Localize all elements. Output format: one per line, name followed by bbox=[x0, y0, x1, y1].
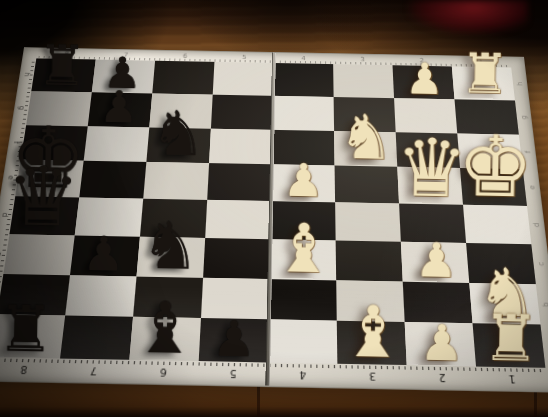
piece-black-queen-d8[interactable]: ♛ bbox=[0, 157, 96, 237]
square-e6[interactable] bbox=[143, 162, 209, 200]
coordinate-label-7: 7 bbox=[58, 364, 129, 377]
piece-white-pawn-e4[interactable]: ♟ bbox=[252, 159, 356, 204]
piece-white-bishop-c4[interactable]: ♝ bbox=[249, 215, 357, 281]
piece-black-knight-f6[interactable]: ♞ bbox=[127, 104, 229, 164]
coordinate-label-4: 4 bbox=[274, 55, 333, 63]
square-a2[interactable]: ♟ bbox=[405, 322, 476, 366]
board-border-frame: ♜♟♟♜♟♞♞♚♟♛♚♛♟♞♝♟♞♜♝♟♝♟♜ 87654321 8765432… bbox=[0, 47, 548, 393]
square-e4[interactable]: ♟ bbox=[271, 165, 335, 203]
coordinate-label-3: 3 bbox=[337, 370, 407, 383]
square-f6[interactable]: ♞ bbox=[146, 127, 211, 163]
coordinate-label-5: 5 bbox=[198, 367, 268, 380]
red-background-object bbox=[408, 0, 528, 34]
square-e2[interactable]: ♛ bbox=[397, 167, 463, 205]
piece-white-queen-e2[interactable]: ♛ bbox=[379, 128, 483, 206]
chess-photo-scene: ♜♟♟♜♟♞♞♚♟♛♚♛♟♞♝♟♞♜♝♟♝♟♜ 87654321 8765432… bbox=[0, 0, 548, 417]
square-d8[interactable]: ♛ bbox=[10, 196, 80, 235]
coordinate-label-6: 6 bbox=[128, 366, 199, 379]
square-a8[interactable]: ♜ bbox=[0, 314, 65, 358]
piece-black-pawn-a5[interactable]: ♟ bbox=[178, 315, 290, 364]
coordinate-label-c: c bbox=[0, 246, 21, 260]
piece-white-pawn-h2[interactable]: ♟ bbox=[376, 58, 474, 101]
square-h4[interactable] bbox=[273, 63, 333, 97]
square-c4[interactable]: ♝ bbox=[270, 239, 337, 280]
piece-black-pawn-c7[interactable]: ♟ bbox=[50, 230, 158, 277]
square-a5[interactable]: ♟ bbox=[199, 318, 269, 362]
square-h2[interactable]: ♟ bbox=[392, 65, 454, 99]
piece-black-rook-a8[interactable]: ♜ bbox=[0, 298, 82, 360]
coordinate-label-8: 8 bbox=[0, 363, 59, 376]
square-c7[interactable]: ♟ bbox=[70, 235, 140, 276]
chess-board: ♜♟♟♜♟♞♞♚♟♛♚♛♟♞♝♟♞♜♝♟♝♟♜ 87654321 8765432… bbox=[0, 47, 548, 393]
coordinate-label-2: 2 bbox=[407, 371, 477, 384]
coordinate-label-4: 4 bbox=[268, 368, 338, 381]
coordinate-label-5: 5 bbox=[215, 53, 274, 61]
piece-white-pawn-a2[interactable]: ♟ bbox=[385, 319, 497, 368]
coordinate-label-1: 1 bbox=[477, 372, 548, 385]
square-h5[interactable] bbox=[213, 62, 274, 96]
